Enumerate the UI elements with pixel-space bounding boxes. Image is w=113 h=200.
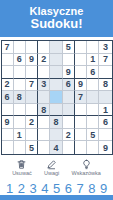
toolbar: Usuwać Uwagi Wskazówka: [0, 159, 113, 180]
cell-r5c4[interactable]: [38, 91, 50, 104]
cell-r3c5[interactable]: [50, 66, 62, 79]
cell-r7c4[interactable]: [38, 116, 50, 129]
cell-r2c7[interactable]: [75, 54, 87, 67]
cell-r3c2[interactable]: [14, 66, 26, 79]
cell-r9c6[interactable]: [63, 141, 75, 154]
cell-r3c6[interactable]: 9: [63, 66, 75, 79]
cell-r2c8[interactable]: 1: [87, 54, 99, 67]
cell-r7c6[interactable]: [63, 116, 75, 129]
cell-r7c5[interactable]: 8: [50, 116, 62, 129]
cell-r6c7[interactable]: [75, 104, 87, 117]
cell-r9c3[interactable]: 5: [26, 141, 38, 154]
cell-r1c3[interactable]: [26, 41, 38, 54]
cell-r4c3[interactable]: 7: [26, 79, 38, 92]
cell-r2c4[interactable]: 2: [38, 54, 50, 67]
cell-r3c1[interactable]: [2, 66, 14, 79]
cell-r6c5[interactable]: [50, 104, 62, 117]
cell-r4c2[interactable]: [14, 79, 26, 92]
cell-r5c7[interactable]: 7: [75, 91, 87, 104]
notes-button[interactable]: Uwagi: [44, 159, 59, 177]
numpad: 123456789: [0, 181, 113, 196]
lightbulb-icon: [81, 159, 92, 170]
trash-icon: [16, 159, 27, 170]
numpad-8[interactable]: 8: [86, 182, 97, 195]
cell-r2c9[interactable]: 7: [99, 54, 111, 67]
cell-r2c3[interactable]: 9: [26, 54, 38, 67]
hint-label: Wskazówka: [72, 171, 101, 177]
cell-r1c1[interactable]: 7: [2, 41, 14, 54]
cell-r1c7[interactable]: [75, 41, 87, 54]
header-title-line2: Sudoku!: [31, 17, 83, 31]
cell-r8c7[interactable]: [75, 129, 87, 142]
sudoku-board: 7536921796273698687819286125549: [1, 40, 113, 155]
cell-r5c1[interactable]: 6: [2, 91, 14, 104]
cell-r4c4[interactable]: 3: [38, 79, 50, 92]
cell-r9c2[interactable]: [14, 141, 26, 154]
cell-r8c2[interactable]: 1: [14, 129, 26, 142]
pencil-icon: [46, 159, 57, 170]
cell-r3c4[interactable]: [38, 66, 50, 79]
cell-r7c1[interactable]: 9: [2, 116, 14, 129]
cell-r9c4[interactable]: [38, 141, 50, 154]
cell-r7c7[interactable]: [75, 116, 87, 129]
cell-r1c5[interactable]: [50, 41, 62, 54]
board-area: 7536921796273698687819286125549: [0, 37, 113, 155]
cell-r8c4[interactable]: [38, 129, 50, 142]
app-header: Klasyczne Sudoku!: [0, 0, 113, 37]
cell-r4c6[interactable]: 6: [63, 79, 75, 92]
cell-r3c8[interactable]: 6: [87, 66, 99, 79]
cell-r4c8[interactable]: [87, 79, 99, 92]
numpad-1[interactable]: 1: [4, 182, 15, 195]
cell-r6c8[interactable]: [87, 104, 99, 117]
numpad-4[interactable]: 4: [39, 182, 50, 195]
numpad-6[interactable]: 6: [63, 182, 74, 195]
cell-r1c9[interactable]: 3: [99, 41, 111, 54]
cell-r7c8[interactable]: [87, 116, 99, 129]
cell-r9c5[interactable]: 4: [50, 141, 62, 154]
cell-r6c3[interactable]: [26, 104, 38, 117]
cell-r8c5[interactable]: [50, 129, 62, 142]
cell-r4c5[interactable]: [50, 79, 62, 92]
numpad-2[interactable]: 2: [16, 182, 27, 195]
cell-r9c8[interactable]: [87, 141, 99, 154]
cell-r6c4[interactable]: 8: [38, 104, 50, 117]
cell-r1c4[interactable]: [38, 41, 50, 54]
cell-r6c1[interactable]: [2, 104, 14, 117]
cell-r2c1[interactable]: [2, 54, 14, 67]
hint-button[interactable]: Wskazówka: [72, 159, 101, 177]
cell-r2c2[interactable]: 6: [14, 54, 26, 67]
cell-r4c1[interactable]: 2: [2, 79, 14, 92]
cell-r5c8[interactable]: [87, 91, 99, 104]
numpad-9[interactable]: 9: [98, 182, 109, 195]
cell-r5c3[interactable]: [26, 91, 38, 104]
bottom-blue-bar: [0, 195, 113, 200]
cell-r7c2[interactable]: [14, 116, 26, 129]
cell-r7c3[interactable]: 2: [26, 116, 38, 129]
cell-r9c1[interactable]: [2, 141, 14, 154]
cell-r5c9[interactable]: [99, 91, 111, 104]
cell-r3c7[interactable]: [75, 66, 87, 79]
cell-r9c7[interactable]: [75, 141, 87, 154]
numpad-7[interactable]: 7: [75, 182, 86, 195]
numpad-5[interactable]: 5: [51, 182, 62, 195]
erase-label: Usuwać: [12, 171, 32, 177]
cell-r8c9[interactable]: [99, 129, 111, 142]
cell-r1c8[interactable]: [87, 41, 99, 54]
cell-r5c6[interactable]: [63, 91, 75, 104]
cell-r3c9[interactable]: [99, 66, 111, 79]
cell-r4c9[interactable]: 8: [99, 79, 111, 92]
cell-r6c9[interactable]: 1: [99, 104, 111, 117]
cell-r6c6[interactable]: [63, 104, 75, 117]
cell-r2c6[interactable]: [63, 54, 75, 67]
cell-r8c3[interactable]: [26, 129, 38, 142]
cell-r1c2[interactable]: [14, 41, 26, 54]
cell-r4c7[interactable]: 9: [75, 79, 87, 92]
cell-r7c9[interactable]: 6: [99, 116, 111, 129]
cell-r5c2[interactable]: 8: [14, 91, 26, 104]
cell-r1c6[interactable]: 5: [63, 41, 75, 54]
cell-r9c9[interactable]: 9: [99, 141, 111, 154]
cell-r3c3[interactable]: [26, 66, 38, 79]
cell-r8c1[interactable]: [2, 129, 14, 142]
cell-r2c5[interactable]: [50, 54, 62, 67]
notes-label: Uwagi: [44, 171, 59, 177]
selected-cell[interactable]: [50, 91, 62, 104]
erase-button[interactable]: Usuwać: [12, 159, 32, 177]
cell-r8c8[interactable]: 5: [87, 129, 99, 142]
cell-r6c2[interactable]: [14, 104, 26, 117]
numpad-3[interactable]: 3: [28, 182, 39, 195]
cell-r8c6[interactable]: 2: [63, 129, 75, 142]
